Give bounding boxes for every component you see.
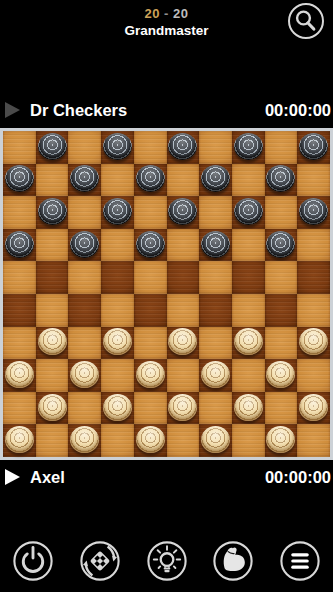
board-square[interactable] [199, 359, 232, 392]
board-square[interactable] [167, 131, 200, 164]
board-square[interactable] [101, 294, 134, 327]
board-square[interactable] [3, 131, 36, 164]
player-clock-top: 00:00:00 [265, 101, 331, 120]
board-square[interactable] [297, 424, 330, 457]
board-square[interactable] [167, 359, 200, 392]
checker-piece-black[interactable] [103, 198, 132, 225]
board-square[interactable] [167, 164, 200, 197]
checker-piece-black[interactable] [38, 133, 67, 160]
checker-piece-white[interactable] [5, 426, 34, 453]
match-score: 20-20 [0, 6, 333, 21]
header: 20-20 Grandmaster [0, 0, 333, 60]
checker-piece-black[interactable] [234, 198, 263, 225]
board-square[interactable] [167, 196, 200, 229]
power-icon [12, 540, 54, 582]
board-square[interactable] [36, 196, 69, 229]
checker-piece-white[interactable] [234, 394, 263, 421]
board-square[interactable] [167, 261, 200, 294]
rotate-board-button[interactable] [79, 540, 121, 582]
board-square[interactable] [265, 294, 298, 327]
score-separator: - [164, 6, 169, 21]
checker-piece-black[interactable] [168, 133, 197, 160]
board-square[interactable] [265, 196, 298, 229]
menu-button[interactable] [279, 540, 321, 582]
board-square[interactable] [232, 131, 265, 164]
board-square[interactable] [167, 327, 200, 360]
checker-piece-black[interactable] [136, 231, 165, 258]
rotate-board-icon [79, 540, 121, 582]
checker-piece-black[interactable] [38, 198, 67, 225]
board-square[interactable] [3, 261, 36, 294]
board-square[interactable] [3, 327, 36, 360]
board-square[interactable] [134, 164, 167, 197]
board-square[interactable] [134, 359, 167, 392]
player-clock-bottom: 00:00:00 [265, 468, 331, 487]
board-frame [0, 128, 333, 460]
board-square[interactable] [265, 131, 298, 164]
checker-piece-white[interactable] [38, 328, 67, 355]
board-square[interactable] [134, 261, 167, 294]
checker-piece-black[interactable] [299, 133, 328, 160]
board-square[interactable] [134, 392, 167, 425]
player-name-bottom: Axel [30, 468, 65, 487]
board-square[interactable] [36, 392, 69, 425]
board-square[interactable] [265, 392, 298, 425]
board-square[interactable] [297, 196, 330, 229]
board-square[interactable] [68, 229, 101, 262]
board-square[interactable] [134, 196, 167, 229]
player-row-bottom: Axel 00:00:00 [0, 464, 333, 490]
board-square[interactable] [199, 294, 232, 327]
board-square[interactable] [3, 392, 36, 425]
board-square[interactable] [3, 294, 36, 327]
checker-piece-black[interactable] [266, 231, 295, 258]
board-square[interactable] [36, 261, 69, 294]
checker-piece-white[interactable] [168, 394, 197, 421]
board-square[interactable] [297, 294, 330, 327]
checker-piece-white[interactable] [299, 328, 328, 355]
power-button[interactable] [12, 540, 54, 582]
board-square[interactable] [36, 164, 69, 197]
board-square[interactable] [3, 424, 36, 457]
board-square[interactable] [232, 229, 265, 262]
checker-piece-white[interactable] [5, 361, 34, 388]
board-square[interactable] [199, 392, 232, 425]
board-square[interactable] [68, 294, 101, 327]
lightbulb-icon [146, 540, 188, 582]
checker-piece-white[interactable] [201, 361, 230, 388]
board-square[interactable] [167, 229, 200, 262]
board-square[interactable] [101, 327, 134, 360]
checker-piece-white[interactable] [136, 361, 165, 388]
board-square[interactable] [232, 392, 265, 425]
player-row-top: Dr Checkers 00:00:00 [0, 97, 333, 123]
checker-piece-black[interactable] [5, 165, 34, 192]
board-square[interactable] [68, 392, 101, 425]
player-name-top: Dr Checkers [30, 101, 127, 120]
score-left: 20 [145, 6, 160, 21]
board-square[interactable] [68, 424, 101, 457]
board-square[interactable] [265, 229, 298, 262]
board-square[interactable] [199, 196, 232, 229]
board-square[interactable] [297, 261, 330, 294]
checker-piece-black[interactable] [70, 165, 99, 192]
board-square[interactable] [3, 229, 36, 262]
checker-piece-white[interactable] [266, 361, 295, 388]
board-square[interactable] [101, 392, 134, 425]
board-square[interactable] [101, 261, 134, 294]
board-square[interactable] [68, 261, 101, 294]
toolbar [0, 539, 333, 583]
checker-piece-black[interactable] [299, 198, 328, 225]
board-square[interactable] [36, 327, 69, 360]
score-right: 20 [173, 6, 188, 21]
board-square[interactable] [297, 327, 330, 360]
board-square[interactable] [68, 359, 101, 392]
hint-button[interactable] [146, 540, 188, 582]
board-square[interactable] [199, 424, 232, 457]
board-square[interactable] [134, 327, 167, 360]
board-square[interactable] [101, 424, 134, 457]
checker-piece-white[interactable] [299, 394, 328, 421]
checker-piece-black[interactable] [201, 231, 230, 258]
checker-piece-white[interactable] [234, 328, 263, 355]
board-square[interactable] [36, 131, 69, 164]
turn-indicator-bottom-icon [5, 469, 20, 485]
board-square[interactable] [68, 164, 101, 197]
board-square[interactable] [265, 164, 298, 197]
board-square[interactable] [36, 229, 69, 262]
board-square[interactable] [167, 424, 200, 457]
board-square[interactable] [134, 424, 167, 457]
board-square[interactable] [134, 131, 167, 164]
board-square[interactable] [265, 424, 298, 457]
checker-piece-black[interactable] [201, 165, 230, 192]
board-square[interactable] [101, 359, 134, 392]
board-square[interactable] [101, 229, 134, 262]
board-square[interactable] [199, 229, 232, 262]
board-square[interactable] [265, 359, 298, 392]
board-square[interactable] [199, 261, 232, 294]
checker-piece-white[interactable] [103, 394, 132, 421]
checker-piece-black[interactable] [5, 231, 34, 258]
checker-piece-white[interactable] [103, 328, 132, 355]
board-square[interactable] [68, 196, 101, 229]
checker-piece-black[interactable] [168, 198, 197, 225]
turn-indicator-top-icon [5, 102, 20, 118]
board-square[interactable] [297, 131, 330, 164]
board-square[interactable] [101, 196, 134, 229]
bicep-icon [212, 540, 254, 582]
checker-piece-black[interactable] [103, 133, 132, 160]
checker-piece-white[interactable] [38, 394, 67, 421]
board-square[interactable] [232, 359, 265, 392]
checker-piece-white[interactable] [70, 361, 99, 388]
board-square[interactable] [134, 229, 167, 262]
board-square[interactable] [232, 196, 265, 229]
board-square[interactable] [297, 359, 330, 392]
board-square[interactable] [199, 164, 232, 197]
checker-piece-black[interactable] [234, 133, 263, 160]
board-square[interactable] [68, 327, 101, 360]
board-square[interactable] [3, 359, 36, 392]
board-square[interactable] [167, 392, 200, 425]
checker-piece-white[interactable] [266, 426, 295, 453]
board-square[interactable] [232, 327, 265, 360]
board-square[interactable] [3, 164, 36, 197]
board-square[interactable] [3, 196, 36, 229]
board [3, 131, 330, 457]
board-square[interactable] [199, 327, 232, 360]
checker-piece-black[interactable] [70, 231, 99, 258]
board-square[interactable] [134, 294, 167, 327]
checker-piece-black[interactable] [266, 165, 295, 192]
checker-piece-white[interactable] [70, 426, 99, 453]
board-square[interactable] [68, 131, 101, 164]
board-square[interactable] [297, 229, 330, 262]
strength-button[interactable] [212, 540, 254, 582]
board-square[interactable] [101, 131, 134, 164]
board-square[interactable] [36, 424, 69, 457]
board-square[interactable] [232, 164, 265, 197]
board-square[interactable] [167, 294, 200, 327]
checker-piece-white[interactable] [168, 328, 197, 355]
checker-piece-white[interactable] [201, 426, 230, 453]
hamburger-menu-icon [279, 540, 321, 582]
difficulty-label: Grandmaster [0, 23, 333, 38]
board-square[interactable] [297, 164, 330, 197]
board-square[interactable] [265, 327, 298, 360]
search-button[interactable] [287, 2, 325, 40]
board-square[interactable] [36, 294, 69, 327]
board-square[interactable] [265, 261, 298, 294]
board-square[interactable] [297, 392, 330, 425]
board-square[interactable] [232, 261, 265, 294]
board-square[interactable] [199, 131, 232, 164]
magnifier-icon [287, 2, 325, 40]
board-square[interactable] [101, 164, 134, 197]
board-square[interactable] [232, 294, 265, 327]
board-square[interactable] [36, 359, 69, 392]
checker-piece-white[interactable] [136, 426, 165, 453]
checker-piece-black[interactable] [136, 165, 165, 192]
board-square[interactable] [232, 424, 265, 457]
